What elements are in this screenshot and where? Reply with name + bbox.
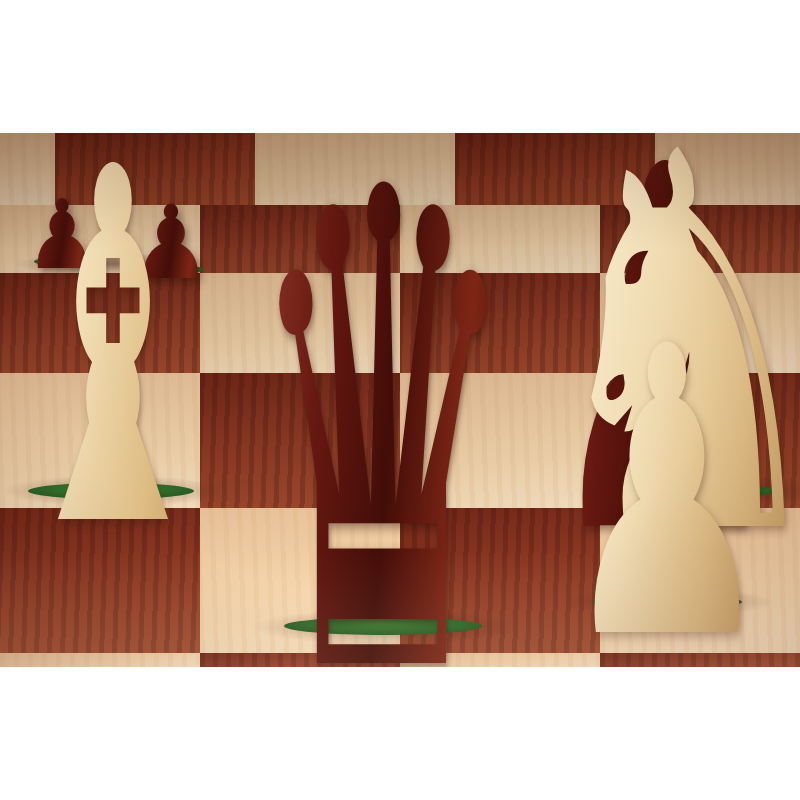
red-queen-felt-base [284, 617, 482, 635]
board-square-dark [200, 653, 400, 667]
chessboard-photo: ♟♟♟♞♝♛♟ [0, 133, 800, 667]
board-square-dark [55, 133, 255, 205]
board-square-light [655, 133, 800, 205]
board-square-dark [200, 373, 400, 508]
board-square-dark [200, 205, 400, 273]
board-square-dark [400, 273, 600, 373]
board-square-light [600, 273, 800, 373]
board-square-light [400, 653, 600, 667]
board-row-rank-sliver-far [0, 133, 800, 205]
white-bishop-felt-base [28, 483, 194, 499]
white-knight-felt-base [598, 483, 776, 499]
board-square-dark [0, 508, 200, 653]
board-row-rank-sliver-near [0, 653, 800, 667]
white-pawn-felt-base [592, 595, 742, 609]
board-square-light [600, 508, 800, 653]
board-square-dark [455, 133, 655, 205]
board-square-light [0, 653, 200, 667]
board-row-rank-empty [0, 273, 800, 373]
chess-photo-screenshot: ♟♟♟♞♝♛♟ [0, 0, 800, 800]
letterbox-bottom-band [0, 667, 800, 800]
board-square-dark [0, 273, 200, 373]
board-square-light [255, 133, 455, 205]
red-pawn-right-felt-base [140, 265, 204, 274]
board-square-dark [600, 653, 800, 667]
letterbox-top-band [0, 0, 800, 133]
board-square-dark [600, 205, 800, 273]
board-square-light [0, 133, 55, 205]
red-pawn-left-felt-base [34, 257, 92, 266]
board-square-light [400, 373, 600, 508]
board-square-light [200, 273, 400, 373]
board-square-light [400, 205, 600, 273]
